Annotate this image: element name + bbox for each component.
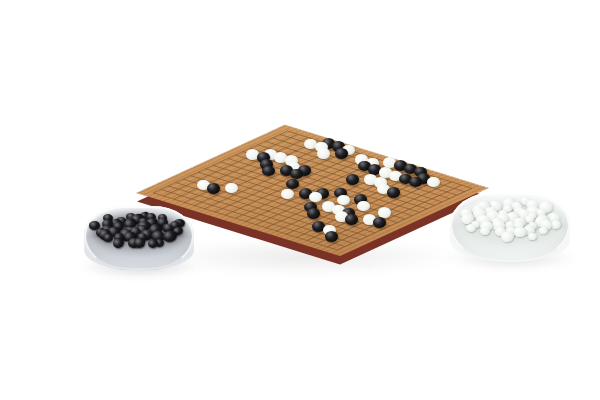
black-stone-bowl (84, 206, 194, 270)
go-set-photo (0, 0, 600, 400)
black-bowl-stone (133, 238, 144, 248)
white-bowl-stone (479, 227, 489, 235)
white-stone-bowl (450, 192, 570, 262)
